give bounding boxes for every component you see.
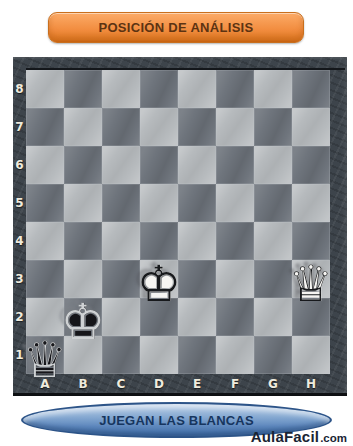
rank-label-7: 7 [13,108,26,146]
square-a8 [26,70,64,108]
title-text: POSICIÓN DE ANÁLISIS [98,20,253,35]
square-c3 [102,260,140,298]
square-a7 [26,108,64,146]
turn-text: JUEGAN LAS BLANCAS [99,413,254,428]
square-c4 [102,222,140,260]
square-a1: ♛♕ [26,336,64,374]
watermark-suffix: .com [320,432,347,444]
square-f4 [216,222,254,260]
square-c5 [102,184,140,222]
square-d2 [140,298,178,336]
rank-label-6: 6 [13,146,26,184]
board-squares: ♚♔♛♕♚♔♛♕ [26,70,330,374]
title-banner: POSICIÓN DE ANÁLISIS [48,12,304,43]
file-label-b: B [64,374,102,393]
rank-label-5: 5 [13,184,26,222]
square-b7 [64,108,102,146]
square-b3 [64,260,102,298]
square-g4 [254,222,292,260]
watermark: AulaFacil .com [251,428,347,445]
square-b4 [64,222,102,260]
watermark-name: AulaFacil [251,428,320,445]
square-a4 [26,222,64,260]
file-label-h: H [292,374,330,393]
square-e6 [178,146,216,184]
square-b1 [64,336,102,374]
square-f1 [216,336,254,374]
rank-label-3: 3 [13,260,26,298]
rank-label-8: 8 [13,70,26,108]
file-label-g: G [254,374,292,393]
square-h1 [292,336,330,374]
square-e3 [178,260,216,298]
square-e5 [178,184,216,222]
file-labels: ABCDEFGH [26,374,330,393]
square-f8 [216,70,254,108]
square-d1 [140,336,178,374]
square-f2 [216,298,254,336]
chess-board: 87654321 ♚♔♛♕♚♔♛♕ ABCDEFGH [13,57,347,396]
square-h4 [292,222,330,260]
square-b6 [64,146,102,184]
square-h8 [292,70,330,108]
square-h7 [292,108,330,146]
square-f6 [216,146,254,184]
square-g1 [254,336,292,374]
analysis-diagram: POSICIÓN DE ANÁLISIS 87654321 ♚♔♛♕♚♔♛♕ A… [0,0,353,446]
square-b5 [64,184,102,222]
square-e2 [178,298,216,336]
file-label-d: D [140,374,178,393]
square-d8 [140,70,178,108]
square-e7 [178,108,216,146]
square-d4 [140,222,178,260]
file-label-e: E [178,374,216,393]
file-label-c: C [102,374,140,393]
rank-labels: 87654321 [13,70,26,374]
rank-label-4: 4 [13,222,26,260]
square-h6 [292,146,330,184]
square-g2 [254,298,292,336]
square-d5 [140,184,178,222]
square-f7 [216,108,254,146]
square-e8 [178,70,216,108]
square-b2: ♚♔ [64,298,102,336]
square-d3: ♚♔ [140,260,178,298]
rank-label-1: 1 [13,336,26,374]
rank-label-2: 2 [13,298,26,336]
square-a2 [26,298,64,336]
square-c6 [102,146,140,184]
square-c2 [102,298,140,336]
square-d6 [140,146,178,184]
square-f3 [216,260,254,298]
square-a5 [26,184,64,222]
square-c1 [102,336,140,374]
square-f5 [216,184,254,222]
square-g8 [254,70,292,108]
file-label-f: F [216,374,254,393]
square-a6 [26,146,64,184]
file-label-a: A [26,374,64,393]
square-g5 [254,184,292,222]
square-a3 [26,260,64,298]
square-h3: ♛♕ [292,260,330,298]
square-d7 [140,108,178,146]
square-e1 [178,336,216,374]
square-h5 [292,184,330,222]
square-c7 [102,108,140,146]
square-g3 [254,260,292,298]
square-c8 [102,70,140,108]
square-h2 [292,298,330,336]
square-g6 [254,146,292,184]
square-b8 [64,70,102,108]
square-g7 [254,108,292,146]
square-e4 [178,222,216,260]
